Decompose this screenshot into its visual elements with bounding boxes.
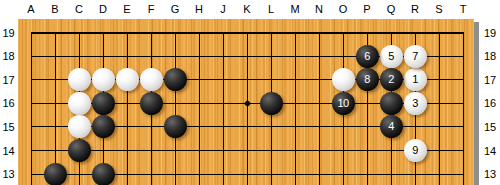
stone-R16[interactable]: 3 bbox=[404, 92, 427, 115]
column-label-M: M bbox=[283, 1, 307, 17]
grid-line-col-M bbox=[295, 32, 296, 185]
stone-P18[interactable]: 6 bbox=[356, 45, 379, 68]
row-label-left-13: 13 bbox=[0, 166, 17, 182]
column-label-L: L bbox=[259, 1, 283, 17]
row-label-right-17: 17 bbox=[481, 72, 499, 88]
stone-L16[interactable] bbox=[260, 92, 283, 115]
stone-E17[interactable] bbox=[116, 68, 139, 91]
column-label-A: A bbox=[19, 1, 43, 17]
stone-P17[interactable]: 8 bbox=[356, 68, 379, 91]
column-label-F: F bbox=[139, 1, 163, 17]
move-number-2: 2 bbox=[388, 74, 394, 85]
stone-C17[interactable] bbox=[68, 68, 91, 91]
grid-line-col-S bbox=[439, 32, 440, 185]
grid-line-col-H bbox=[199, 32, 200, 185]
stone-O17[interactable] bbox=[332, 68, 355, 91]
stone-G17[interactable] bbox=[164, 68, 187, 91]
row-label-left-15: 15 bbox=[0, 119, 17, 135]
go-diagram: ABCDEFGHJKLMNOPQRST191918181717161615151… bbox=[0, 0, 500, 185]
stone-F16[interactable] bbox=[140, 92, 163, 115]
grid-line-col-G bbox=[175, 32, 176, 185]
column-label-P: P bbox=[355, 1, 379, 17]
stone-O16[interactable]: 10 bbox=[332, 92, 355, 115]
grid-line-col-K bbox=[247, 32, 248, 185]
stone-R17[interactable]: 1 bbox=[404, 68, 427, 91]
stone-D13[interactable] bbox=[92, 163, 115, 185]
grid-line-col-A bbox=[31, 32, 32, 185]
move-number-4: 4 bbox=[388, 121, 394, 132]
column-label-Q: Q bbox=[379, 1, 403, 17]
stone-B13[interactable] bbox=[44, 163, 67, 185]
move-number-10: 10 bbox=[337, 98, 348, 109]
stone-Q17[interactable]: 2 bbox=[380, 68, 403, 91]
row-label-right-13: 13 bbox=[481, 166, 499, 182]
column-label-R: R bbox=[403, 1, 427, 17]
stone-D15[interactable] bbox=[92, 115, 115, 138]
grid-line-col-J bbox=[223, 32, 224, 185]
move-number-1: 1 bbox=[412, 74, 418, 85]
stone-Q15[interactable]: 4 bbox=[380, 115, 403, 138]
stone-D17[interactable] bbox=[92, 68, 115, 91]
grid-line-col-E bbox=[127, 32, 128, 185]
column-label-N: N bbox=[307, 1, 331, 17]
move-number-8: 8 bbox=[364, 74, 370, 85]
row-label-right-19: 19 bbox=[481, 25, 499, 41]
grid-line-col-N bbox=[319, 32, 320, 185]
column-label-K: K bbox=[235, 1, 259, 17]
board-overlay: ABCDEFGHJKLMNOPQRST191918181717161615151… bbox=[0, 0, 500, 185]
row-label-left-16: 16 bbox=[0, 95, 17, 111]
stone-C14[interactable] bbox=[68, 139, 91, 162]
stone-C16[interactable] bbox=[68, 92, 91, 115]
move-number-3: 3 bbox=[412, 98, 418, 109]
move-number-9: 9 bbox=[412, 145, 418, 156]
stone-Q18[interactable]: 5 bbox=[380, 45, 403, 68]
column-label-T: T bbox=[451, 1, 475, 17]
column-label-J: J bbox=[211, 1, 235, 17]
column-label-C: C bbox=[67, 1, 91, 17]
row-label-left-18: 18 bbox=[0, 48, 17, 64]
stone-D16[interactable] bbox=[92, 92, 115, 115]
column-label-S: S bbox=[427, 1, 451, 17]
move-number-5: 5 bbox=[388, 51, 394, 62]
stone-G15[interactable] bbox=[164, 115, 187, 138]
move-number-6: 6 bbox=[364, 51, 370, 62]
column-label-E: E bbox=[115, 1, 139, 17]
row-label-right-14: 14 bbox=[481, 143, 499, 159]
row-label-right-16: 16 bbox=[481, 95, 499, 111]
row-label-left-17: 17 bbox=[0, 72, 17, 88]
stone-R18[interactable]: 7 bbox=[404, 45, 427, 68]
grid-line-col-T bbox=[463, 32, 464, 185]
column-label-H: H bbox=[187, 1, 211, 17]
star-point-K16 bbox=[243, 100, 250, 107]
column-label-D: D bbox=[91, 1, 115, 17]
move-number-7: 7 bbox=[412, 51, 418, 62]
column-label-B: B bbox=[43, 1, 67, 17]
row-label-right-18: 18 bbox=[481, 48, 499, 64]
stone-C15[interactable] bbox=[68, 115, 91, 138]
row-label-right-15: 15 bbox=[481, 119, 499, 135]
stone-F17[interactable] bbox=[140, 68, 163, 91]
column-label-G: G bbox=[163, 1, 187, 17]
row-label-left-14: 14 bbox=[0, 143, 17, 159]
column-label-O: O bbox=[331, 1, 355, 17]
stone-R14[interactable]: 9 bbox=[404, 139, 427, 162]
row-label-left-19: 19 bbox=[0, 25, 17, 41]
stone-Q16[interactable] bbox=[380, 92, 403, 115]
